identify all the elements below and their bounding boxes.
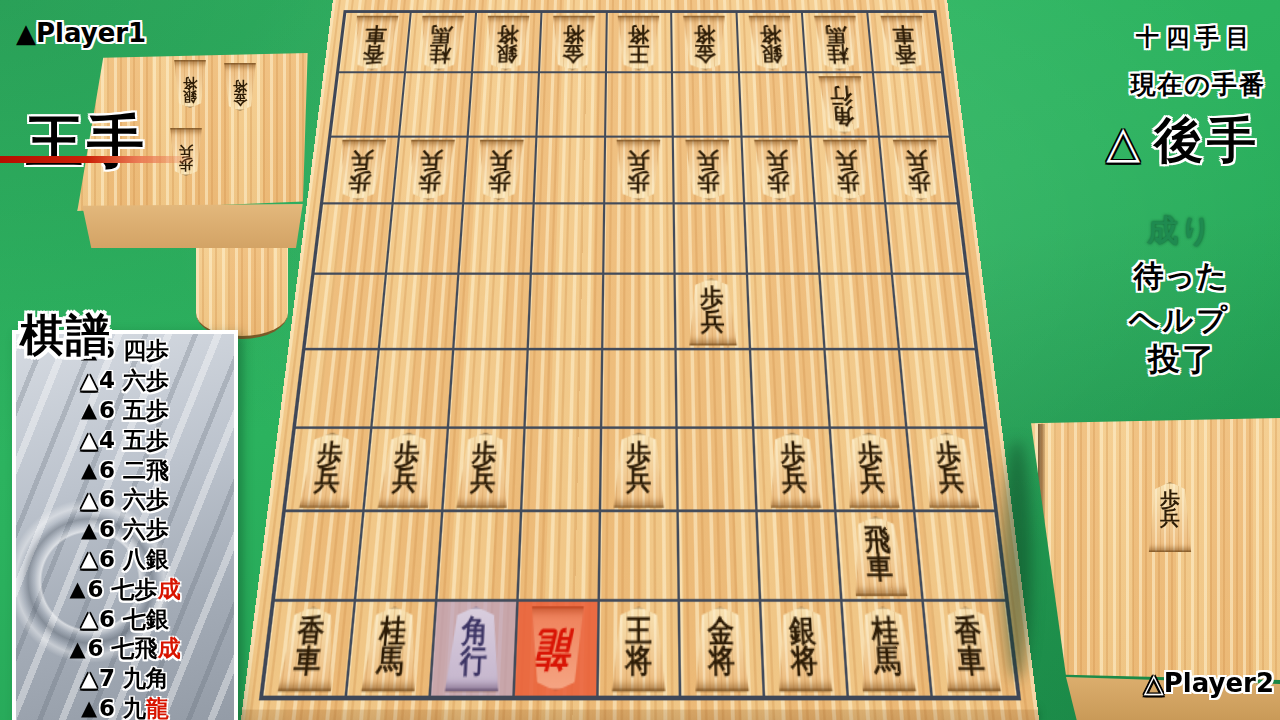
kifu-move-row: ▲6 八銀 [16, 545, 234, 575]
square-8-1[interactable]: 桂馬 [406, 13, 477, 74]
piece-king-player1[interactable]: 王将 [615, 15, 663, 70]
square-6-4[interactable] [531, 204, 604, 275]
piece-bishop-player1[interactable]: 角行 [816, 76, 870, 133]
square-4-6[interactable] [677, 350, 755, 429]
square-4-9[interactable]: 金将 [681, 601, 766, 695]
piece-kanji: 将 [628, 25, 649, 44]
sente-mark-icon: ▲ [81, 518, 97, 542]
piece-kanji: 兵 [835, 151, 859, 172]
resign-button[interactable]: 投了 [1148, 338, 1216, 382]
piece-lance-player2[interactable]: 香車 [936, 607, 1005, 692]
sente-mark-icon: ▲ [81, 458, 97, 482]
kifu-move-text: 4 六歩 [99, 365, 169, 396]
piece-kanji: 将 [562, 25, 584, 44]
kifu-move-row: ▲6 五歩 [16, 396, 234, 426]
kifu-move-promotion: 成 [158, 574, 181, 605]
piece-kanji: 馬 [376, 646, 405, 676]
square-4-2[interactable] [673, 74, 742, 138]
square-2-9[interactable]: 桂馬 [843, 601, 933, 695]
square-3-7[interactable]: 歩兵 [755, 429, 837, 513]
square-4-3[interactable]: 歩兵 [674, 137, 745, 204]
player2-mark-icon: △ [1144, 668, 1164, 698]
gote-mark-icon: ▲ [81, 369, 97, 393]
piece-pawn-undefined[interactable]: 歩兵 [168, 128, 204, 176]
square-4-7[interactable] [678, 429, 758, 513]
piece-pawn-player2[interactable]: 歩兵 [610, 432, 667, 507]
piece-pawn-player2[interactable]: 歩兵 [296, 432, 360, 507]
piece-pawn-player2[interactable]: 歩兵 [841, 432, 903, 507]
piece-dragon-player1[interactable]: 龍 [525, 607, 587, 692]
square-4-1[interactable]: 金将 [673, 13, 741, 74]
piece-kanji: 歩 [836, 172, 860, 193]
piece-kanji: 行 [830, 87, 853, 107]
gote-mark-icon: ▲ [81, 488, 97, 512]
piece-gold-undefined[interactable]: 金将 [222, 63, 258, 111]
piece-kanji: 行 [459, 646, 487, 676]
square-2-3[interactable]: 歩兵 [812, 137, 887, 204]
piece-kanji: 兵 [781, 467, 808, 493]
piece-pawn-player1[interactable]: 歩兵 [820, 140, 875, 200]
kifu-panel: ▲6 四歩▲4 六歩▲6 五歩▲4 五歩▲6 二飛▲6 六歩▲6 六歩▲6 八銀… [12, 330, 238, 720]
piece-kanji: 将 [183, 77, 197, 90]
piece-kanji: 車 [956, 646, 986, 676]
square-7-7[interactable]: 歩兵 [443, 429, 525, 513]
check-banner-underline [0, 156, 196, 163]
sente-mark-icon: ▲ [81, 398, 97, 422]
square-8-7[interactable]: 歩兵 [364, 429, 448, 513]
piece-kanji: 歩 [487, 172, 511, 193]
kifu-move-text: 6 七飛 [88, 633, 158, 664]
square-6-2[interactable] [537, 74, 606, 138]
kifu-move-list: ▲6 四歩▲4 六歩▲6 五歩▲4 五歩▲6 二飛▲6 六歩▲6 六歩▲6 八銀… [16, 336, 234, 720]
square-2-6[interactable] [826, 350, 908, 429]
piece-kanji: 将 [760, 25, 782, 44]
piece-kanji: 歩 [347, 172, 372, 193]
player2-komadai: 歩兵 [1022, 418, 1280, 680]
piece-kanji: 兵 [938, 467, 966, 493]
piece-kanji: 車 [865, 553, 893, 581]
piece-silver-player1[interactable]: 銀将 [481, 15, 532, 70]
square-4-4[interactable] [675, 204, 748, 275]
square-1-3[interactable]: 歩兵 [880, 137, 957, 204]
undo-button[interactable]: 待った [1134, 256, 1228, 297]
piece-kanji: 兵 [489, 151, 513, 172]
kifu-move-row: ▲6 六歩 [16, 515, 234, 545]
kifu-title: 棋譜 [20, 306, 112, 365]
piece-kanji: 馬 [825, 25, 848, 44]
piece-pawn-player2[interactable]: 歩兵 [374, 432, 436, 507]
shogi-board: 香車桂馬銀将金将王将金将銀将桂馬香車角行歩兵歩兵歩兵歩兵歩兵歩兵歩兵歩兵歩兵歩兵… [237, 0, 1043, 720]
piece-gold-player1[interactable]: 金将 [548, 15, 597, 70]
square-5-5[interactable] [603, 275, 677, 350]
gote-mark-icon: ▲ [81, 428, 97, 452]
square-2-7[interactable]: 歩兵 [831, 429, 915, 513]
piece-kanji: 馬 [872, 646, 901, 676]
square-7-3[interactable]: 歩兵 [464, 137, 537, 204]
square-6-1[interactable]: 金将 [540, 13, 608, 74]
piece-kanji: 馬 [430, 25, 453, 44]
piece-pawn-player1[interactable]: 歩兵 [683, 140, 735, 200]
kifu-move-promotion: 成 [158, 633, 181, 664]
piece-kanji: 将 [708, 646, 736, 676]
player1-komadai-front [80, 204, 305, 248]
move-number: 十四手目 [1136, 22, 1256, 53]
square-2-2[interactable]: 角行 [807, 74, 880, 138]
piece-pawn-player2[interactable]: 歩兵 [764, 432, 824, 507]
kifu-move-text: 6 七歩 [88, 574, 158, 605]
kifu-move-row: ▲4 六歩 [16, 366, 234, 396]
square-9-3[interactable]: 歩兵 [323, 137, 400, 204]
gote-mark-icon: ▲ [81, 547, 97, 571]
square-3-9[interactable]: 銀将 [762, 601, 850, 695]
piece-rook-player2[interactable]: 飛車 [847, 516, 911, 596]
square-4-8[interactable] [679, 513, 761, 602]
square-4-5[interactable]: 歩兵 [676, 275, 751, 350]
piece-kanji: 歩 [697, 172, 720, 193]
piece-kanji: 将 [233, 80, 247, 93]
piece-kanji: 歩 [907, 172, 932, 193]
player1-mark-icon: ▲ [16, 18, 36, 48]
piece-gold-player2[interactable]: 金将 [691, 607, 753, 692]
sente-mark-icon: ▲ [81, 696, 97, 720]
piece-kanji: 歩 [628, 172, 651, 193]
square-5-8[interactable] [599, 513, 680, 602]
board-side-shadow [1002, 440, 1032, 680]
piece-knight-player2[interactable]: 桂馬 [358, 607, 425, 692]
kifu-move-row: ▲6 九龍 [16, 694, 234, 720]
square-5-2[interactable] [606, 74, 675, 138]
square-8-9[interactable]: 桂馬 [347, 601, 437, 695]
kifu-move-text: 6 九 [99, 693, 146, 720]
turn-mark-icon: △ [1106, 116, 1144, 167]
kifu-move-row: ▲7 九角 [16, 664, 234, 694]
piece-kanji: 兵 [628, 151, 651, 172]
kifu-move-row: ▲4 五歩 [16, 425, 234, 455]
square-8-6[interactable] [372, 350, 454, 429]
piece-silver-undefined[interactable]: 銀将 [172, 60, 208, 108]
player2-label: △Player2 [1144, 668, 1274, 698]
player2-name: Player2 [1164, 668, 1274, 698]
piece-bishop-player2[interactable]: 角行 [441, 607, 505, 692]
piece-kanji: 車 [892, 25, 915, 44]
gote-mark-icon: ▲ [81, 607, 97, 631]
kifu-move-text: 6 五歩 [99, 395, 169, 426]
square-2-4[interactable] [816, 204, 893, 275]
piece-kanji: 兵 [391, 467, 418, 493]
piece-kanji: 兵 [313, 467, 341, 493]
kifu-move-text: 6 二飛 [99, 455, 169, 486]
square-8-8[interactable] [356, 513, 443, 602]
sente-mark-icon: ▲ [69, 577, 85, 601]
square-8-5[interactable] [380, 275, 459, 350]
piece-kanji: 歩 [417, 172, 441, 193]
square-7-5[interactable] [454, 275, 531, 350]
square-3-4[interactable] [746, 204, 821, 275]
player1-komadai-base [196, 244, 288, 339]
square-1-6[interactable] [900, 350, 984, 429]
piece-kanji: 兵 [1160, 509, 1180, 528]
kifu-move-row: ▲6 七飛成 [16, 634, 234, 664]
piece-lance-player2[interactable]: 香車 [274, 607, 343, 692]
piece-knight-player1[interactable]: 桂馬 [811, 15, 863, 70]
square-2-1[interactable]: 桂馬 [803, 13, 874, 74]
square-5-3[interactable]: 歩兵 [605, 137, 675, 204]
piece-kanji: 将 [790, 646, 818, 676]
square-8-3[interactable]: 歩兵 [393, 137, 468, 204]
square-8-4[interactable] [387, 204, 464, 275]
piece-pawn-player1[interactable]: 歩兵 [751, 140, 805, 200]
kifu-move-text: 6 七銀 [99, 604, 169, 635]
square-7-2[interactable] [468, 74, 539, 138]
square-5-4[interactable] [604, 204, 676, 275]
gote-mark-icon: ▲ [81, 667, 97, 691]
square-6-9[interactable]: 龍 [514, 601, 599, 695]
piece-pawn-player1[interactable]: 歩兵 [402, 140, 457, 200]
square-6-3[interactable] [534, 137, 605, 204]
check-banner: 王手 [26, 104, 148, 181]
square-1-1[interactable]: 香車 [868, 13, 941, 74]
square-3-2[interactable] [740, 74, 811, 138]
piece-pawn-player1[interactable]: 歩兵 [890, 140, 947, 200]
square-6-5[interactable] [528, 275, 603, 350]
piece-kanji: 将 [694, 25, 716, 44]
piece-pawn-player2[interactable]: 歩兵 [919, 432, 983, 507]
square-1-2[interactable] [874, 74, 949, 138]
piece-kanji: 車 [364, 25, 387, 44]
square-3-8[interactable] [758, 513, 843, 602]
piece-lance-player1[interactable]: 香車 [878, 15, 932, 70]
piece-knight-player1[interactable]: 桂馬 [414, 15, 466, 70]
piece-kanji: 角 [831, 106, 855, 126]
kifu-move-text: 6 六歩 [99, 484, 169, 515]
piece-kanji: 兵 [905, 151, 930, 172]
piece-kanji: 兵 [700, 309, 724, 332]
square-5-1[interactable]: 王将 [607, 13, 674, 74]
piece-pawn-undefined[interactable]: 歩兵 [1146, 482, 1194, 552]
square-5-9[interactable]: 王将 [598, 601, 682, 695]
piece-pawn-player1[interactable]: 歩兵 [613, 140, 664, 200]
sente-mark-icon: ▲ [69, 637, 85, 661]
piece-kanji: 歩 [767, 172, 791, 193]
kifu-move-text: 7 九角 [99, 663, 169, 694]
piece-kanji: 兵 [859, 467, 886, 493]
square-1-4[interactable] [887, 204, 966, 275]
kifu-move-row: ▲6 七歩成 [16, 574, 234, 604]
piece-knight-player2[interactable]: 桂馬 [853, 607, 920, 692]
board-grid[interactable]: 香車桂馬銀将金将王将金将銀将桂馬香車角行歩兵歩兵歩兵歩兵歩兵歩兵歩兵歩兵歩兵歩兵… [259, 10, 1021, 700]
help-button[interactable]: ヘルプ [1129, 300, 1230, 341]
square-3-6[interactable] [752, 350, 832, 429]
piece-pawn-player2[interactable]: 歩兵 [685, 278, 740, 345]
square-6-6[interactable] [525, 350, 603, 429]
piece-pawn-player1[interactable]: 歩兵 [332, 140, 389, 200]
square-2-8[interactable]: 飛車 [837, 513, 924, 602]
kifu-move-text: 6 八銀 [99, 544, 169, 575]
piece-kanji: 将 [625, 646, 652, 676]
piece-kanji: 将 [496, 25, 518, 44]
piece-kanji: 車 [293, 646, 323, 676]
promote-button[interactable]: 成り [1147, 210, 1214, 252]
square-1-7[interactable]: 歩兵 [908, 429, 995, 513]
square-1-8[interactable] [916, 513, 1006, 602]
square-3-1[interactable]: 銀将 [738, 13, 807, 74]
square-6-8[interactable] [518, 513, 600, 602]
turn-caption: 現在の手番 [1130, 68, 1266, 101]
square-7-6[interactable] [449, 350, 529, 429]
player1-label: ▲Player1 [16, 18, 146, 48]
kifu-move-promotion: 龍 [146, 693, 169, 720]
player1-name: Player1 [36, 18, 146, 48]
square-7-8[interactable] [437, 513, 522, 602]
piece-kanji: 龍 [536, 627, 575, 672]
square-9-9[interactable]: 香車 [263, 601, 356, 695]
square-6-7[interactable] [522, 429, 602, 513]
square-7-1[interactable]: 銀将 [473, 13, 542, 74]
square-9-2[interactable] [331, 74, 406, 138]
kifu-move-row: ▲6 二飛 [16, 455, 234, 485]
kifu-move-row: ▲6 七銀 [16, 604, 234, 634]
piece-gold-player1[interactable]: 金将 [681, 15, 730, 70]
piece-silver-player1[interactable]: 銀将 [746, 15, 797, 70]
square-9-7[interactable]: 歩兵 [286, 429, 373, 513]
square-9-5[interactable] [305, 275, 386, 350]
piece-kanji: 兵 [349, 151, 374, 172]
piece-lance-player1[interactable]: 香車 [348, 15, 402, 70]
square-5-7[interactable]: 歩兵 [601, 429, 680, 513]
square-9-6[interactable] [296, 350, 380, 429]
piece-kanji: 兵 [697, 151, 720, 172]
square-3-3[interactable]: 歩兵 [743, 137, 816, 204]
kifu-move-row: ▲6 六歩 [16, 485, 234, 515]
piece-kanji: 兵 [626, 467, 651, 493]
square-9-1[interactable]: 香車 [339, 13, 412, 74]
square-1-5[interactable] [893, 275, 974, 350]
square-3-5[interactable] [749, 275, 826, 350]
piece-kanji: 兵 [419, 151, 443, 172]
piece-kanji: 兵 [766, 151, 790, 172]
square-8-2[interactable] [400, 74, 473, 138]
turn-indicator: △ 後手 [1106, 108, 1260, 174]
piece-silver-player2[interactable]: 銀将 [772, 607, 836, 692]
square-9-8[interactable] [275, 513, 365, 602]
piece-pawn-player2[interactable]: 歩兵 [453, 432, 513, 507]
turn-side: 後手 [1154, 108, 1260, 174]
square-9-4[interactable] [314, 204, 393, 275]
square-7-4[interactable] [459, 204, 534, 275]
square-5-6[interactable] [602, 350, 679, 429]
kifu-move-text: 6 六歩 [99, 514, 169, 545]
piece-king-player2[interactable]: 王将 [608, 607, 669, 692]
square-2-5[interactable] [821, 275, 900, 350]
square-7-9[interactable]: 角行 [431, 601, 519, 695]
piece-pawn-player1[interactable]: 歩兵 [473, 140, 527, 200]
kifu-move-text: 4 五歩 [99, 425, 169, 456]
piece-kanji: 兵 [470, 467, 497, 493]
